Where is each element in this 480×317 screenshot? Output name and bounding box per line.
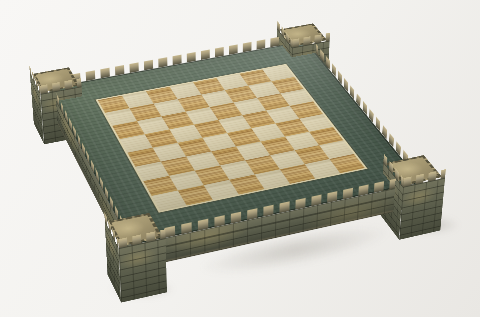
scene: [0, 0, 480, 317]
chess-board: [49, 41, 421, 245]
photo-backdrop: [0, 0, 480, 317]
corner-tower-left: [105, 222, 166, 259]
